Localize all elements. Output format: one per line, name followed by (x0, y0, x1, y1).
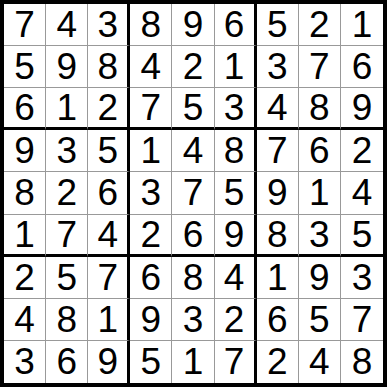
sudoku-cell: 4 (4, 299, 46, 341)
sudoku-cell: 8 (88, 46, 130, 88)
sudoku-cell: 2 (215, 299, 257, 341)
sudoku-cell: 4 (172, 130, 214, 172)
sudoku-cell: 7 (257, 130, 299, 172)
sudoku-cell: 1 (88, 299, 130, 341)
sudoku-cell: 6 (215, 4, 257, 46)
sudoku-cell: 5 (130, 341, 172, 383)
sudoku-cell: 4 (130, 46, 172, 88)
sudoku-cell: 8 (46, 299, 88, 341)
sudoku-cell: 3 (215, 88, 257, 130)
sudoku-cell: 3 (341, 257, 383, 299)
sudoku-cell: 4 (215, 257, 257, 299)
sudoku-cell: 1 (46, 88, 88, 130)
sudoku-cell: 1 (215, 46, 257, 88)
sudoku-cell: 7 (88, 257, 130, 299)
sudoku-cell: 7 (4, 4, 46, 46)
sudoku-cell: 9 (299, 257, 341, 299)
sudoku-cell: 7 (341, 299, 383, 341)
sudoku-cell: 1 (299, 172, 341, 214)
sudoku-cell: 3 (172, 299, 214, 341)
sudoku-cell: 7 (215, 341, 257, 383)
sudoku-cell: 8 (299, 88, 341, 130)
sudoku-cell: 6 (130, 257, 172, 299)
sudoku-cell: 2 (341, 130, 383, 172)
sudoku-cell: 3 (4, 341, 46, 383)
sudoku-cell: 5 (172, 88, 214, 130)
sudoku-cell: 9 (88, 341, 130, 383)
sudoku-cell: 9 (130, 299, 172, 341)
sudoku-cell: 1 (341, 4, 383, 46)
sudoku-cell: 5 (4, 46, 46, 88)
sudoku-cell: 7 (46, 215, 88, 257)
sudoku-cell: 6 (88, 172, 130, 214)
sudoku-cell: 5 (299, 299, 341, 341)
sudoku-cell: 7 (172, 172, 214, 214)
sudoku-cell: 2 (299, 4, 341, 46)
sudoku-cell: 2 (88, 88, 130, 130)
sudoku-cell: 6 (341, 46, 383, 88)
sudoku-cell: 5 (88, 130, 130, 172)
sudoku-cell: 3 (299, 215, 341, 257)
sudoku-cell: 2 (130, 215, 172, 257)
sudoku-cell: 2 (257, 341, 299, 383)
sudoku-cell: 8 (257, 215, 299, 257)
sudoku-cell: 3 (88, 4, 130, 46)
sudoku-cell: 5 (46, 257, 88, 299)
sudoku-cell: 8 (341, 341, 383, 383)
sudoku-cell: 9 (4, 130, 46, 172)
sudoku-cell: 1 (4, 215, 46, 257)
sudoku-cell: 1 (130, 130, 172, 172)
sudoku-cell: 3 (257, 46, 299, 88)
sudoku-cell: 1 (257, 257, 299, 299)
sudoku-cell: 5 (215, 172, 257, 214)
sudoku-cell: 4 (46, 4, 88, 46)
sudoku-cell: 7 (130, 88, 172, 130)
sudoku-cell: 4 (341, 172, 383, 214)
sudoku-cell: 9 (215, 215, 257, 257)
sudoku-cell: 8 (4, 172, 46, 214)
sudoku-cell: 4 (257, 88, 299, 130)
sudoku-cell: 8 (172, 257, 214, 299)
sudoku-cell: 7 (299, 46, 341, 88)
sudoku-cell: 2 (4, 257, 46, 299)
sudoku-cell: 2 (46, 172, 88, 214)
sudoku-cell: 3 (46, 130, 88, 172)
sudoku-cell: 6 (4, 88, 46, 130)
sudoku-cell: 9 (257, 172, 299, 214)
sudoku-cell: 1 (172, 341, 214, 383)
sudoku-cell: 4 (299, 341, 341, 383)
sudoku-cell: 5 (341, 215, 383, 257)
sudoku-cell: 5 (257, 4, 299, 46)
sudoku-cell: 9 (341, 88, 383, 130)
sudoku-cell: 8 (130, 4, 172, 46)
sudoku-cell: 2 (172, 46, 214, 88)
sudoku-cell: 8 (215, 130, 257, 172)
sudoku-cell: 9 (46, 46, 88, 88)
sudoku-cell: 6 (257, 299, 299, 341)
sudoku-cell: 6 (299, 130, 341, 172)
sudoku-cell: 9 (172, 4, 214, 46)
sudoku-cell: 4 (88, 215, 130, 257)
sudoku-board: 7438965215984213766127534899351487628263… (0, 0, 387, 387)
sudoku-cell: 6 (172, 215, 214, 257)
sudoku-cell: 6 (46, 341, 88, 383)
sudoku-cell: 3 (130, 172, 172, 214)
